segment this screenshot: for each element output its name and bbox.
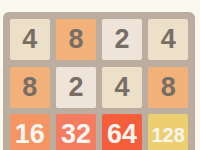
tile-128-r2c3: 128: [148, 114, 188, 150]
page-background: { "game": "2048", "app_title": "2048 puz…: [0, 0, 200, 150]
tile-8-r1c3: 8: [148, 67, 188, 108]
tile-8-r0c1: 8: [56, 19, 96, 60]
tile-64-r2c2: 64: [102, 114, 142, 150]
tile-32-r2c1: 32: [56, 114, 96, 150]
tile-4-r1c2: 4: [102, 67, 142, 108]
tile-2-r1c1: 2: [56, 67, 96, 108]
tile-4-r0c0: 4: [10, 19, 50, 60]
tile-2-r0c2: 2: [102, 19, 142, 60]
tile-4-r0c3: 4: [148, 19, 188, 60]
tile-16-r2c0: 16: [10, 114, 50, 150]
game-board-2048[interactable]: 48248248163264128: [3, 12, 195, 150]
tile-8-r1c0: 8: [10, 67, 50, 108]
